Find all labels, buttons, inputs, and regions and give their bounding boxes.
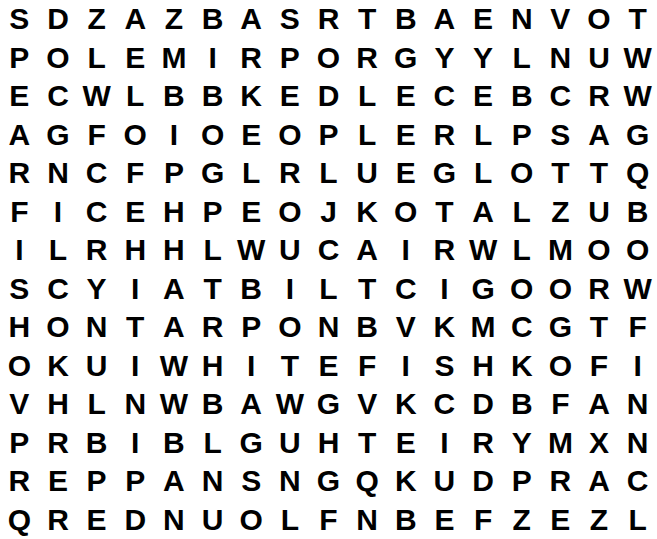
grid-cell-r12c2[interactable]: R xyxy=(39,424,78,463)
grid-cell-r4c6[interactable]: O xyxy=(193,116,232,155)
grid-cell-r10c11[interactable]: I xyxy=(386,347,425,386)
grid-cell-r9c8[interactable]: O xyxy=(271,308,310,347)
grid-cell-r8c16[interactable]: R xyxy=(580,270,619,309)
grid-cell-r5c14[interactable]: O xyxy=(502,154,541,193)
grid-cell-r6c2[interactable]: I xyxy=(39,193,78,232)
grid-cell-r13c11[interactable]: K xyxy=(386,462,425,501)
grid-cell-r3c12[interactable]: C xyxy=(425,77,464,116)
grid-cell-r13c17[interactable]: C xyxy=(618,462,657,501)
grid-cell-r10c2[interactable]: K xyxy=(39,347,78,386)
grid-cell-r8c4[interactable]: I xyxy=(116,270,155,309)
grid-cell-r1c4[interactable]: A xyxy=(116,0,155,39)
grid-cell-r6c13[interactable]: A xyxy=(464,193,503,232)
grid-cell-r12c8[interactable]: U xyxy=(271,424,310,463)
grid-cell-r13c4[interactable]: P xyxy=(116,462,155,501)
grid-cell-r2c7[interactable]: R xyxy=(232,39,271,78)
grid-cell-r11c2[interactable]: H xyxy=(39,385,78,424)
grid-cell-r13c10[interactable]: Q xyxy=(348,462,387,501)
grid-cell-r5c4[interactable]: F xyxy=(116,154,155,193)
grid-cell-r12c9[interactable]: H xyxy=(309,424,348,463)
grid-cell-r6c12[interactable]: T xyxy=(425,193,464,232)
grid-cell-r13c16[interactable]: A xyxy=(580,462,619,501)
grid-cell-r8c9[interactable]: L xyxy=(309,270,348,309)
grid-cell-r1c16[interactable]: O xyxy=(580,0,619,39)
grid-cell-r3c10[interactable]: L xyxy=(348,77,387,116)
grid-cell-r12c1[interactable]: P xyxy=(0,424,39,463)
grid-cell-r14c7[interactable]: O xyxy=(232,501,271,539)
grid-cell-r5c13[interactable]: L xyxy=(464,154,503,193)
grid-cell-r4c3[interactable]: F xyxy=(77,116,116,155)
grid-cell-r4c17[interactable]: G xyxy=(618,116,657,155)
grid-cell-r12c4[interactable]: I xyxy=(116,424,155,463)
grid-cell-r14c5[interactable]: N xyxy=(155,501,194,539)
grid-cell-r8c7[interactable]: B xyxy=(232,270,271,309)
grid-cell-r12c7[interactable]: G xyxy=(232,424,271,463)
grid-cell-r4c2[interactable]: G xyxy=(39,116,78,155)
grid-cell-r11c13[interactable]: D xyxy=(464,385,503,424)
grid-cell-r3c13[interactable]: E xyxy=(464,77,503,116)
grid-cell-r5c8[interactable]: R xyxy=(271,154,310,193)
grid-cell-r9c1[interactable]: H xyxy=(0,308,39,347)
grid-cell-r2c17[interactable]: W xyxy=(618,39,657,78)
grid-cell-r2c4[interactable]: E xyxy=(116,39,155,78)
grid-cell-r7c10[interactable]: A xyxy=(348,231,387,270)
word-search-grid: SDZAZBASRTBAENVOTPOLEMIRPORGYYLNUWECWLBB… xyxy=(0,0,657,539)
grid-cell-r2c1[interactable]: P xyxy=(0,39,39,78)
grid-cell-r6c14[interactable]: L xyxy=(502,193,541,232)
grid-cell-r14c3[interactable]: E xyxy=(77,501,116,539)
grid-cell-r11c14[interactable]: B xyxy=(502,385,541,424)
grid-cell-r7c4[interactable]: H xyxy=(116,231,155,270)
grid-cell-r12c5[interactable]: B xyxy=(155,424,194,463)
grid-cell-r11c5[interactable]: W xyxy=(155,385,194,424)
grid-cell-r2c10[interactable]: R xyxy=(348,39,387,78)
grid-cell-r2c11[interactable]: G xyxy=(386,39,425,78)
grid-cell-r1c8[interactable]: S xyxy=(271,0,310,39)
grid-cell-r7c1[interactable]: I xyxy=(0,231,39,270)
grid-cell-r5c6[interactable]: G xyxy=(193,154,232,193)
grid-cell-r10c13[interactable]: H xyxy=(464,347,503,386)
grid-cell-r7c7[interactable]: W xyxy=(232,231,271,270)
grid-cell-r12c3[interactable]: B xyxy=(77,424,116,463)
grid-cell-r11c4[interactable]: N xyxy=(116,385,155,424)
grid-cell-r14c4[interactable]: D xyxy=(116,501,155,539)
grid-cell-r8c15[interactable]: O xyxy=(541,270,580,309)
grid-cell-r4c5[interactable]: I xyxy=(155,116,194,155)
grid-cell-r14c2[interactable]: R xyxy=(39,501,78,539)
grid-cell-r3c9[interactable]: D xyxy=(309,77,348,116)
grid-cell-r6c7[interactable]: E xyxy=(232,193,271,232)
grid-cell-r8c2[interactable]: C xyxy=(39,270,78,309)
grid-cell-r8c10[interactable]: T xyxy=(348,270,387,309)
grid-cell-r1c6[interactable]: B xyxy=(193,0,232,39)
grid-cell-r5c12[interactable]: G xyxy=(425,154,464,193)
grid-cell-r14c10[interactable]: N xyxy=(348,501,387,539)
grid-cell-r3c15[interactable]: C xyxy=(541,77,580,116)
grid-cell-r2c12[interactable]: Y xyxy=(425,39,464,78)
grid-cell-r9c4[interactable]: T xyxy=(116,308,155,347)
grid-cell-r5c16[interactable]: T xyxy=(580,154,619,193)
grid-cell-r3c14[interactable]: B xyxy=(502,77,541,116)
grid-cell-r2c2[interactable]: O xyxy=(39,39,78,78)
grid-cell-r9c6[interactable]: R xyxy=(193,308,232,347)
grid-cell-r14c15[interactable]: E xyxy=(541,501,580,539)
grid-cell-r4c14[interactable]: P xyxy=(502,116,541,155)
grid-cell-r6c3[interactable]: C xyxy=(77,193,116,232)
grid-cell-r14c11[interactable]: B xyxy=(386,501,425,539)
grid-cell-r9c17[interactable]: F xyxy=(618,308,657,347)
grid-cell-r7c14[interactable]: L xyxy=(502,231,541,270)
grid-cell-r4c12[interactable]: R xyxy=(425,116,464,155)
grid-cell-r9c16[interactable]: T xyxy=(580,308,619,347)
grid-cell-r2c3[interactable]: L xyxy=(77,39,116,78)
grid-cell-r4c9[interactable]: P xyxy=(309,116,348,155)
grid-cell-r10c16[interactable]: F xyxy=(580,347,619,386)
grid-cell-r1c2[interactable]: D xyxy=(39,0,78,39)
grid-cell-r7c13[interactable]: W xyxy=(464,231,503,270)
grid-cell-r1c7[interactable]: A xyxy=(232,0,271,39)
grid-cell-r2c9[interactable]: O xyxy=(309,39,348,78)
grid-cell-r13c2[interactable]: E xyxy=(39,462,78,501)
grid-cell-r4c10[interactable]: L xyxy=(348,116,387,155)
grid-cell-r13c14[interactable]: P xyxy=(502,462,541,501)
grid-cell-r4c4[interactable]: O xyxy=(116,116,155,155)
grid-cell-r11c12[interactable]: C xyxy=(425,385,464,424)
grid-cell-r12c6[interactable]: L xyxy=(193,424,232,463)
grid-cell-r1c1[interactable]: S xyxy=(0,0,39,39)
grid-cell-r13c3[interactable]: P xyxy=(77,462,116,501)
grid-cell-r10c8[interactable]: T xyxy=(271,347,310,386)
grid-cell-r13c13[interactable]: D xyxy=(464,462,503,501)
grid-cell-r12c10[interactable]: T xyxy=(348,424,387,463)
grid-cell-r11c17[interactable]: N xyxy=(618,385,657,424)
grid-cell-r6c5[interactable]: H xyxy=(155,193,194,232)
grid-cell-r6c4[interactable]: E xyxy=(116,193,155,232)
grid-cell-r10c9[interactable]: E xyxy=(309,347,348,386)
grid-cell-r7c16[interactable]: O xyxy=(580,231,619,270)
grid-cell-r10c7[interactable]: I xyxy=(232,347,271,386)
grid-cell-r9c11[interactable]: V xyxy=(386,308,425,347)
grid-cell-r1c14[interactable]: N xyxy=(502,0,541,39)
grid-cell-r6c15[interactable]: Z xyxy=(541,193,580,232)
grid-cell-r13c7[interactable]: S xyxy=(232,462,271,501)
grid-cell-r10c5[interactable]: W xyxy=(155,347,194,386)
grid-cell-r1c12[interactable]: A xyxy=(425,0,464,39)
grid-cell-r10c10[interactable]: F xyxy=(348,347,387,386)
grid-cell-r7c11[interactable]: I xyxy=(386,231,425,270)
grid-cell-r8c11[interactable]: C xyxy=(386,270,425,309)
grid-cell-r12c17[interactable]: N xyxy=(618,424,657,463)
grid-cell-r11c11[interactable]: K xyxy=(386,385,425,424)
grid-cell-r2c13[interactable]: Y xyxy=(464,39,503,78)
grid-cell-r13c9[interactable]: G xyxy=(309,462,348,501)
grid-cell-r9c14[interactable]: C xyxy=(502,308,541,347)
grid-cell-r11c16[interactable]: A xyxy=(580,385,619,424)
grid-cell-r11c7[interactable]: A xyxy=(232,385,271,424)
grid-cell-r2c15[interactable]: N xyxy=(541,39,580,78)
grid-cell-r7c5[interactable]: H xyxy=(155,231,194,270)
grid-cell-r14c6[interactable]: U xyxy=(193,501,232,539)
grid-cell-r10c15[interactable]: O xyxy=(541,347,580,386)
grid-cell-r12c13[interactable]: R xyxy=(464,424,503,463)
grid-cell-r13c6[interactable]: N xyxy=(193,462,232,501)
grid-cell-r4c13[interactable]: L xyxy=(464,116,503,155)
grid-cell-r1c17[interactable]: T xyxy=(618,0,657,39)
grid-cell-r6c17[interactable]: B xyxy=(618,193,657,232)
grid-cell-r2c8[interactable]: P xyxy=(271,39,310,78)
grid-cell-r4c1[interactable]: A xyxy=(0,116,39,155)
grid-cell-r6c8[interactable]: O xyxy=(271,193,310,232)
grid-cell-r10c6[interactable]: H xyxy=(193,347,232,386)
grid-cell-r9c5[interactable]: A xyxy=(155,308,194,347)
grid-cell-r1c11[interactable]: B xyxy=(386,0,425,39)
grid-cell-r14c13[interactable]: F xyxy=(464,501,503,539)
grid-cell-r3c3[interactable]: W xyxy=(77,77,116,116)
grid-cell-r2c5[interactable]: M xyxy=(155,39,194,78)
grid-cell-r14c16[interactable]: Z xyxy=(580,501,619,539)
grid-cell-r2c16[interactable]: U xyxy=(580,39,619,78)
grid-cell-r8c8[interactable]: I xyxy=(271,270,310,309)
grid-cell-r8c12[interactable]: I xyxy=(425,270,464,309)
grid-cell-r11c1[interactable]: V xyxy=(0,385,39,424)
grid-cell-r6c9[interactable]: J xyxy=(309,193,348,232)
grid-cell-r11c9[interactable]: G xyxy=(309,385,348,424)
grid-cell-r14c1[interactable]: Q xyxy=(0,501,39,539)
grid-cell-r4c16[interactable]: A xyxy=(580,116,619,155)
grid-cell-r10c17[interactable]: I xyxy=(618,347,657,386)
grid-cell-r7c8[interactable]: U xyxy=(271,231,310,270)
grid-cell-r12c12[interactable]: I xyxy=(425,424,464,463)
grid-cell-r1c10[interactable]: T xyxy=(348,0,387,39)
grid-cell-r9c3[interactable]: N xyxy=(77,308,116,347)
grid-cell-r5c3[interactable]: C xyxy=(77,154,116,193)
grid-cell-r13c15[interactable]: R xyxy=(541,462,580,501)
grid-cell-r3c17[interactable]: W xyxy=(618,77,657,116)
grid-cell-r10c14[interactable]: K xyxy=(502,347,541,386)
grid-cell-r6c10[interactable]: K xyxy=(348,193,387,232)
grid-cell-r3c8[interactable]: E xyxy=(271,77,310,116)
grid-cell-r13c1[interactable]: R xyxy=(0,462,39,501)
grid-cell-r7c12[interactable]: R xyxy=(425,231,464,270)
grid-cell-r8c14[interactable]: O xyxy=(502,270,541,309)
grid-cell-r6c1[interactable]: F xyxy=(0,193,39,232)
grid-cell-r7c17[interactable]: O xyxy=(618,231,657,270)
grid-cell-r1c3[interactable]: Z xyxy=(77,0,116,39)
grid-cell-r5c1[interactable]: R xyxy=(0,154,39,193)
grid-cell-r14c12[interactable]: E xyxy=(425,501,464,539)
grid-cell-r14c8[interactable]: L xyxy=(271,501,310,539)
grid-cell-r5c17[interactable]: Q xyxy=(618,154,657,193)
grid-cell-r8c17[interactable]: W xyxy=(618,270,657,309)
grid-cell-r5c7[interactable]: L xyxy=(232,154,271,193)
grid-cell-r5c10[interactable]: U xyxy=(348,154,387,193)
grid-cell-r3c16[interactable]: R xyxy=(580,77,619,116)
grid-cell-r4c8[interactable]: O xyxy=(271,116,310,155)
grid-cell-r13c5[interactable]: A xyxy=(155,462,194,501)
grid-cell-r7c15[interactable]: M xyxy=(541,231,580,270)
grid-cell-r8c6[interactable]: T xyxy=(193,270,232,309)
grid-cell-r9c7[interactable]: P xyxy=(232,308,271,347)
grid-cell-r4c15[interactable]: S xyxy=(541,116,580,155)
grid-cell-r4c11[interactable]: E xyxy=(386,116,425,155)
grid-cell-r1c15[interactable]: V xyxy=(541,0,580,39)
grid-cell-r3c11[interactable]: E xyxy=(386,77,425,116)
grid-cell-r14c17[interactable]: L xyxy=(618,501,657,539)
grid-cell-r5c5[interactable]: P xyxy=(155,154,194,193)
grid-cell-r3c4[interactable]: L xyxy=(116,77,155,116)
grid-cell-r8c13[interactable]: G xyxy=(464,270,503,309)
grid-cell-r6c11[interactable]: O xyxy=(386,193,425,232)
grid-cell-r7c2[interactable]: L xyxy=(39,231,78,270)
grid-cell-r11c15[interactable]: F xyxy=(541,385,580,424)
grid-cell-r6c16[interactable]: U xyxy=(580,193,619,232)
grid-cell-r13c12[interactable]: U xyxy=(425,462,464,501)
grid-cell-r12c16[interactable]: X xyxy=(580,424,619,463)
grid-cell-r6c6[interactable]: P xyxy=(193,193,232,232)
grid-cell-r9c12[interactable]: K xyxy=(425,308,464,347)
grid-cell-r10c4[interactable]: I xyxy=(116,347,155,386)
grid-cell-r5c9[interactable]: L xyxy=(309,154,348,193)
grid-cell-r8c5[interactable]: A xyxy=(155,270,194,309)
grid-cell-r10c3[interactable]: U xyxy=(77,347,116,386)
grid-cell-r11c3[interactable]: L xyxy=(77,385,116,424)
grid-cell-r10c12[interactable]: S xyxy=(425,347,464,386)
grid-cell-r12c11[interactable]: E xyxy=(386,424,425,463)
grid-cell-r11c8[interactable]: W xyxy=(271,385,310,424)
grid-cell-r8c1[interactable]: S xyxy=(0,270,39,309)
grid-cell-r13c8[interactable]: N xyxy=(271,462,310,501)
grid-cell-r12c14[interactable]: Y xyxy=(502,424,541,463)
grid-cell-r5c11[interactable]: E xyxy=(386,154,425,193)
grid-cell-r3c1[interactable]: E xyxy=(0,77,39,116)
grid-cell-r10c1[interactable]: O xyxy=(0,347,39,386)
grid-cell-r7c3[interactable]: R xyxy=(77,231,116,270)
grid-cell-r7c9[interactable]: C xyxy=(309,231,348,270)
grid-cell-r3c2[interactable]: C xyxy=(39,77,78,116)
grid-cell-r9c15[interactable]: G xyxy=(541,308,580,347)
grid-cell-r11c6[interactable]: B xyxy=(193,385,232,424)
grid-cell-r5c2[interactable]: N xyxy=(39,154,78,193)
grid-cell-r11c10[interactable]: V xyxy=(348,385,387,424)
grid-cell-r1c9[interactable]: R xyxy=(309,0,348,39)
grid-cell-r14c9[interactable]: F xyxy=(309,501,348,539)
grid-cell-r4c7[interactable]: E xyxy=(232,116,271,155)
grid-cell-r2c14[interactable]: L xyxy=(502,39,541,78)
grid-cell-r14c14[interactable]: Z xyxy=(502,501,541,539)
grid-cell-r9c2[interactable]: O xyxy=(39,308,78,347)
grid-cell-r9c9[interactable]: N xyxy=(309,308,348,347)
grid-cell-r3c6[interactable]: B xyxy=(193,77,232,116)
grid-cell-r9c13[interactable]: M xyxy=(464,308,503,347)
grid-cell-r9c10[interactable]: B xyxy=(348,308,387,347)
grid-cell-r7c6[interactable]: L xyxy=(193,231,232,270)
grid-cell-r12c15[interactable]: M xyxy=(541,424,580,463)
grid-cell-r3c7[interactable]: K xyxy=(232,77,271,116)
grid-cell-r3c5[interactable]: B xyxy=(155,77,194,116)
grid-cell-r5c15[interactable]: T xyxy=(541,154,580,193)
grid-cell-r8c3[interactable]: Y xyxy=(77,270,116,309)
grid-cell-r1c5[interactable]: Z xyxy=(155,0,194,39)
grid-cell-r2c6[interactable]: I xyxy=(193,39,232,78)
grid-cell-r1c13[interactable]: E xyxy=(464,0,503,39)
